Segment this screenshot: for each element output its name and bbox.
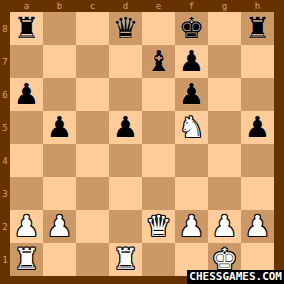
square-b5[interactable]: ♟ bbox=[43, 111, 76, 144]
file-label-c: c bbox=[76, 0, 109, 12]
square-g6[interactable] bbox=[208, 78, 241, 111]
square-h7[interactable] bbox=[241, 45, 274, 78]
rank-label-4: 4 bbox=[0, 144, 10, 177]
square-d4[interactable] bbox=[109, 144, 142, 177]
square-e5[interactable] bbox=[142, 111, 175, 144]
square-e3[interactable] bbox=[142, 177, 175, 210]
square-a6[interactable]: ♟ bbox=[10, 78, 43, 111]
square-d5[interactable]: ♟ bbox=[109, 111, 142, 144]
black-pawn-f7: ♟ bbox=[175, 45, 208, 78]
rank-label-5: 5 bbox=[0, 111, 10, 144]
square-g8[interactable] bbox=[208, 12, 241, 45]
black-pawn-b5: ♟ bbox=[43, 111, 76, 144]
rank-label-1: 1 bbox=[0, 243, 10, 276]
file-label-b: b bbox=[43, 0, 76, 12]
rank-labels: 87654321 bbox=[0, 12, 10, 276]
square-c2[interactable] bbox=[76, 210, 109, 243]
white-knight-f5: ♞ bbox=[175, 111, 208, 144]
square-f4[interactable] bbox=[175, 144, 208, 177]
file-labels: abcdefgh bbox=[10, 0, 274, 12]
square-b4[interactable] bbox=[43, 144, 76, 177]
square-a3[interactable] bbox=[10, 177, 43, 210]
square-h5[interactable]: ♟ bbox=[241, 111, 274, 144]
rank-label-3: 3 bbox=[0, 177, 10, 210]
square-d8[interactable]: ♛ bbox=[109, 12, 142, 45]
rank-label-2: 2 bbox=[0, 210, 10, 243]
black-pawn-f6: ♟ bbox=[175, 78, 208, 111]
white-pawn-g2: ♟ bbox=[208, 210, 241, 243]
white-pawn-h2: ♟ bbox=[241, 210, 274, 243]
square-h4[interactable] bbox=[241, 144, 274, 177]
black-rook-a8: ♜ bbox=[10, 12, 43, 45]
square-e2[interactable]: ♛ bbox=[142, 210, 175, 243]
square-d2[interactable] bbox=[109, 210, 142, 243]
black-bishop-e7: ♝ bbox=[142, 45, 175, 78]
square-d7[interactable] bbox=[109, 45, 142, 78]
black-pawn-a6: ♟ bbox=[10, 78, 43, 111]
square-f2[interactable]: ♟ bbox=[175, 210, 208, 243]
rank-label-8: 8 bbox=[0, 12, 10, 45]
square-e8[interactable] bbox=[142, 12, 175, 45]
square-a1[interactable]: ♜ bbox=[10, 243, 43, 276]
square-d6[interactable] bbox=[109, 78, 142, 111]
square-g2[interactable]: ♟ bbox=[208, 210, 241, 243]
square-e4[interactable] bbox=[142, 144, 175, 177]
square-d3[interactable] bbox=[109, 177, 142, 210]
black-queen-d8: ♛ bbox=[109, 12, 142, 45]
square-c8[interactable] bbox=[76, 12, 109, 45]
square-c4[interactable] bbox=[76, 144, 109, 177]
chess-board-diagram: abcdefgh 87654321 ♜♛♚♜♝♟♟♟♟♟♞♟♟♟♛♟♟♟♜♜♚ … bbox=[0, 0, 284, 284]
square-g3[interactable] bbox=[208, 177, 241, 210]
square-b2[interactable]: ♟ bbox=[43, 210, 76, 243]
square-e1[interactable] bbox=[142, 243, 175, 276]
white-rook-a1: ♜ bbox=[10, 243, 43, 276]
square-b3[interactable] bbox=[43, 177, 76, 210]
white-pawn-a2: ♟ bbox=[10, 210, 43, 243]
black-pawn-d5: ♟ bbox=[109, 111, 142, 144]
chessgames-watermark: CHESSGAMES.COM bbox=[187, 270, 284, 284]
square-e7[interactable]: ♝ bbox=[142, 45, 175, 78]
square-b6[interactable] bbox=[43, 78, 76, 111]
file-label-e: e bbox=[142, 0, 175, 12]
square-g5[interactable] bbox=[208, 111, 241, 144]
square-c7[interactable] bbox=[76, 45, 109, 78]
white-queen-e2: ♛ bbox=[142, 210, 175, 243]
black-king-f8: ♚ bbox=[175, 12, 208, 45]
black-rook-h8: ♜ bbox=[241, 12, 274, 45]
square-f6[interactable]: ♟ bbox=[175, 78, 208, 111]
square-a5[interactable] bbox=[10, 111, 43, 144]
black-pawn-h5: ♟ bbox=[241, 111, 274, 144]
square-f3[interactable] bbox=[175, 177, 208, 210]
square-g7[interactable] bbox=[208, 45, 241, 78]
square-b7[interactable] bbox=[43, 45, 76, 78]
white-pawn-f2: ♟ bbox=[175, 210, 208, 243]
square-c1[interactable] bbox=[76, 243, 109, 276]
square-f8[interactable]: ♚ bbox=[175, 12, 208, 45]
square-a8[interactable]: ♜ bbox=[10, 12, 43, 45]
square-c5[interactable] bbox=[76, 111, 109, 144]
square-b1[interactable] bbox=[43, 243, 76, 276]
square-f5[interactable]: ♞ bbox=[175, 111, 208, 144]
square-a4[interactable] bbox=[10, 144, 43, 177]
square-d1[interactable]: ♜ bbox=[109, 243, 142, 276]
square-e6[interactable] bbox=[142, 78, 175, 111]
white-rook-d1: ♜ bbox=[109, 243, 142, 276]
square-h8[interactable]: ♜ bbox=[241, 12, 274, 45]
square-c6[interactable] bbox=[76, 78, 109, 111]
file-label-g: g bbox=[208, 0, 241, 12]
rank-label-7: 7 bbox=[0, 45, 10, 78]
square-a2[interactable]: ♟ bbox=[10, 210, 43, 243]
white-pawn-b2: ♟ bbox=[43, 210, 76, 243]
rank-label-6: 6 bbox=[0, 78, 10, 111]
square-g4[interactable] bbox=[208, 144, 241, 177]
square-h3[interactable] bbox=[241, 177, 274, 210]
square-h2[interactable]: ♟ bbox=[241, 210, 274, 243]
square-f7[interactable]: ♟ bbox=[175, 45, 208, 78]
square-h6[interactable] bbox=[241, 78, 274, 111]
square-c3[interactable] bbox=[76, 177, 109, 210]
board: ♜♛♚♜♝♟♟♟♟♟♞♟♟♟♛♟♟♟♜♜♚ bbox=[10, 12, 274, 276]
square-a7[interactable] bbox=[10, 45, 43, 78]
square-b8[interactable] bbox=[43, 12, 76, 45]
